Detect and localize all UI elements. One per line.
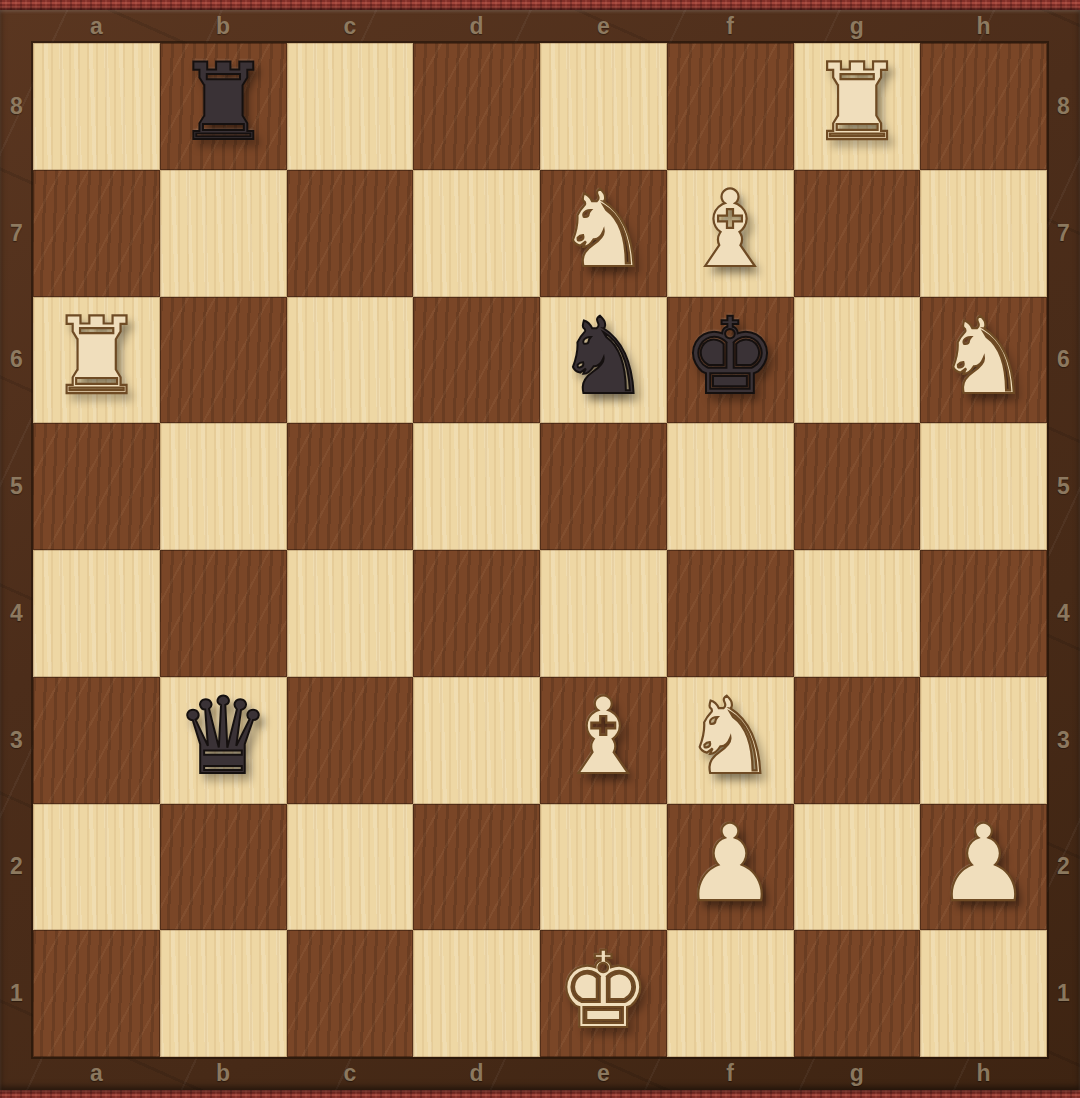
square-h4[interactable] — [920, 550, 1047, 677]
white-king[interactable]: ♚ — [556, 938, 651, 1044]
square-c2[interactable] — [287, 804, 414, 931]
square-b7[interactable] — [160, 170, 287, 297]
square-b4[interactable] — [160, 550, 287, 677]
square-d6[interactable] — [413, 297, 540, 424]
square-b1[interactable] — [160, 930, 287, 1057]
square-c8[interactable] — [287, 43, 414, 170]
square-a4[interactable] — [33, 550, 160, 677]
white-knight[interactable]: ♞ — [683, 684, 778, 790]
square-a1[interactable] — [33, 930, 160, 1057]
square-d5[interactable] — [413, 423, 540, 550]
rank-label-left-1: 1 — [0, 930, 33, 1057]
square-g5[interactable] — [794, 423, 921, 550]
square-e2[interactable] — [540, 804, 667, 931]
square-e7[interactable]: ♞ — [540, 170, 667, 297]
black-queen[interactable]: ♛ — [176, 684, 271, 790]
square-f2[interactable]: ♟ — [667, 804, 794, 931]
white-rook[interactable]: ♜ — [809, 50, 904, 156]
rank-label-left-8: 8 — [0, 43, 33, 170]
page: { "game": "chess", "view": "white-side-a… — [0, 0, 1080, 1098]
square-a2[interactable] — [33, 804, 160, 931]
file-label-top-a: a — [33, 10, 160, 43]
square-e8[interactable] — [540, 43, 667, 170]
square-b5[interactable] — [160, 423, 287, 550]
file-label-bottom-d: d — [413, 1057, 540, 1090]
file-label-top-f: f — [667, 10, 794, 43]
rank-label-right-8: 8 — [1047, 43, 1080, 170]
square-a7[interactable] — [33, 170, 160, 297]
square-h2[interactable]: ♟ — [920, 804, 1047, 931]
black-knight[interactable]: ♞ — [556, 304, 651, 410]
square-h7[interactable] — [920, 170, 1047, 297]
white-bishop[interactable]: ♝ — [556, 684, 651, 790]
rank-label-left-2: 2 — [0, 804, 33, 931]
rank-label-right-3: 3 — [1047, 677, 1080, 804]
square-f7[interactable]: ♝ — [667, 170, 794, 297]
square-b6[interactable] — [160, 297, 287, 424]
file-label-top-h: h — [920, 10, 1047, 43]
white-bishop[interactable]: ♝ — [683, 177, 778, 283]
square-d4[interactable] — [413, 550, 540, 677]
white-knight[interactable]: ♞ — [556, 177, 651, 283]
rank-label-right-7: 7 — [1047, 170, 1080, 297]
file-label-bottom-h: h — [920, 1057, 1047, 1090]
square-h6[interactable]: ♞ — [920, 297, 1047, 424]
square-f6[interactable]: ♚ — [667, 297, 794, 424]
square-c3[interactable] — [287, 677, 414, 804]
square-g2[interactable] — [794, 804, 921, 931]
rank-label-right-4: 4 — [1047, 550, 1080, 677]
square-d1[interactable] — [413, 930, 540, 1057]
file-labels-bottom: abcdefgh — [33, 1057, 1047, 1090]
rank-label-right-5: 5 — [1047, 423, 1080, 550]
square-c4[interactable] — [287, 550, 414, 677]
rank-label-left-4: 4 — [0, 550, 33, 677]
file-label-top-d: d — [413, 10, 540, 43]
square-g7[interactable] — [794, 170, 921, 297]
file-labels-top: abcdefgh — [33, 10, 1047, 43]
square-d2[interactable] — [413, 804, 540, 931]
square-h5[interactable] — [920, 423, 1047, 550]
white-pawn[interactable]: ♟ — [936, 811, 1031, 917]
file-label-bottom-e: e — [540, 1057, 667, 1090]
file-label-top-e: e — [540, 10, 667, 43]
rank-labels-right: 87654321 — [1047, 43, 1080, 1057]
square-c5[interactable] — [287, 423, 414, 550]
square-g6[interactable] — [794, 297, 921, 424]
square-c6[interactable] — [287, 297, 414, 424]
square-b3[interactable]: ♛ — [160, 677, 287, 804]
square-h1[interactable] — [920, 930, 1047, 1057]
square-f4[interactable] — [667, 550, 794, 677]
square-e5[interactable] — [540, 423, 667, 550]
rank-label-left-6: 6 — [0, 297, 33, 424]
square-e1[interactable]: ♚ — [540, 930, 667, 1057]
rank-label-left-7: 7 — [0, 170, 33, 297]
black-king[interactable]: ♚ — [683, 304, 778, 410]
square-d7[interactable] — [413, 170, 540, 297]
square-d8[interactable] — [413, 43, 540, 170]
square-e4[interactable] — [540, 550, 667, 677]
rank-labels-left: 87654321 — [0, 43, 33, 1057]
square-g3[interactable] — [794, 677, 921, 804]
square-g4[interactable] — [794, 550, 921, 677]
chess-board: ♜♜♞♝♜♞♚♞♛♝♞♟♟♚ — [33, 43, 1047, 1057]
file-label-bottom-c: c — [287, 1057, 414, 1090]
square-b2[interactable] — [160, 804, 287, 931]
square-a3[interactable] — [33, 677, 160, 804]
black-rook[interactable]: ♜ — [176, 50, 271, 156]
square-c7[interactable] — [287, 170, 414, 297]
square-g8[interactable]: ♜ — [794, 43, 921, 170]
rank-label-left-5: 5 — [0, 423, 33, 550]
file-label-top-g: g — [794, 10, 921, 43]
square-f5[interactable] — [667, 423, 794, 550]
file-label-bottom-a: a — [33, 1057, 160, 1090]
square-g1[interactable] — [794, 930, 921, 1057]
file-label-top-b: b — [160, 10, 287, 43]
square-e6[interactable]: ♞ — [540, 297, 667, 424]
square-c1[interactable] — [287, 930, 414, 1057]
square-b8[interactable]: ♜ — [160, 43, 287, 170]
file-label-bottom-b: b — [160, 1057, 287, 1090]
square-a8[interactable] — [33, 43, 160, 170]
rank-label-left-3: 3 — [0, 677, 33, 804]
white-knight[interactable]: ♞ — [936, 304, 1031, 410]
square-f8[interactable] — [667, 43, 794, 170]
white-pawn[interactable]: ♟ — [683, 811, 778, 917]
square-f3[interactable]: ♞ — [667, 677, 794, 804]
rank-label-right-1: 1 — [1047, 930, 1080, 1057]
square-h8[interactable] — [920, 43, 1047, 170]
square-e3[interactable]: ♝ — [540, 677, 667, 804]
rank-label-right-6: 6 — [1047, 297, 1080, 424]
rank-label-right-2: 2 — [1047, 804, 1080, 931]
white-rook[interactable]: ♜ — [49, 304, 144, 410]
square-h3[interactable] — [920, 677, 1047, 804]
file-label-top-c: c — [287, 10, 414, 43]
square-f1[interactable] — [667, 930, 794, 1057]
file-label-bottom-g: g — [794, 1057, 921, 1090]
square-d3[interactable] — [413, 677, 540, 804]
square-a5[interactable] — [33, 423, 160, 550]
file-label-bottom-f: f — [667, 1057, 794, 1090]
square-a6[interactable]: ♜ — [33, 297, 160, 424]
